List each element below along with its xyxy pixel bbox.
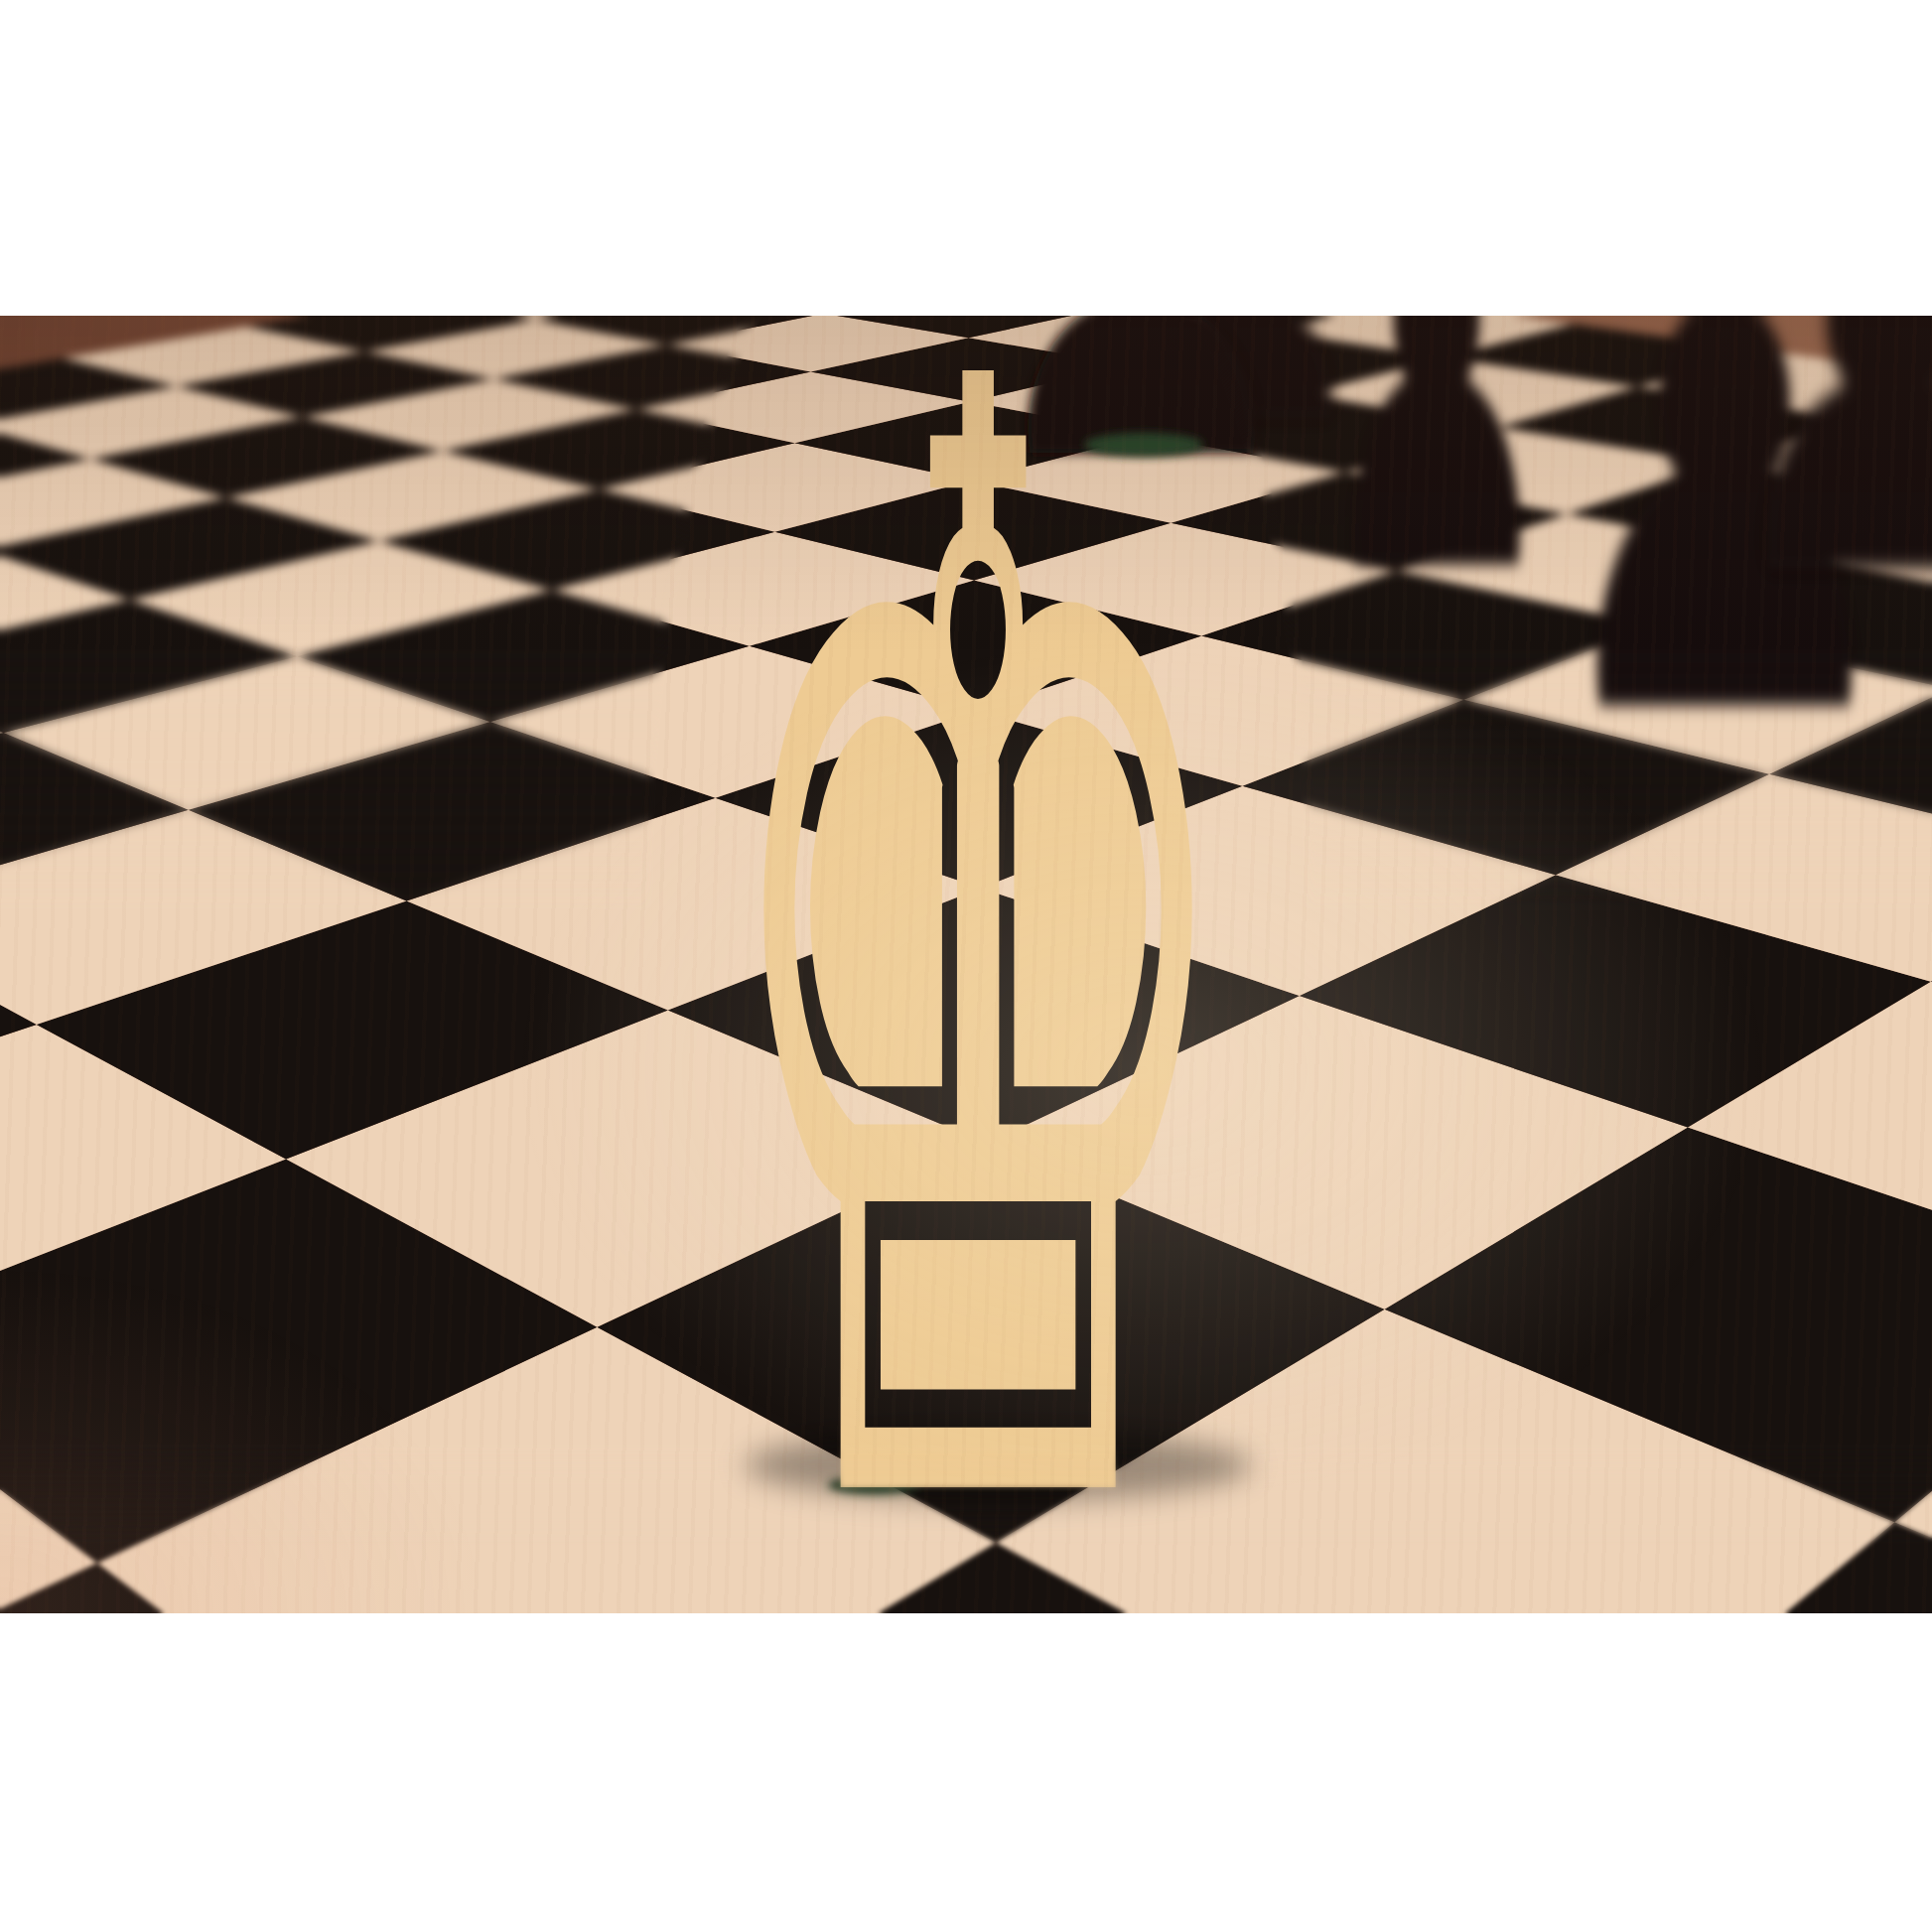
top-white-band — [0, 0, 1932, 316]
depth-of-field-blur-near — [0, 1445, 1932, 1613]
bottom-white-band — [0, 1613, 1932, 1932]
chessboard-photo: ♟♟♟♟♟ ♚ — [0, 316, 1932, 1613]
depth-of-field-blur-far — [0, 316, 1932, 911]
